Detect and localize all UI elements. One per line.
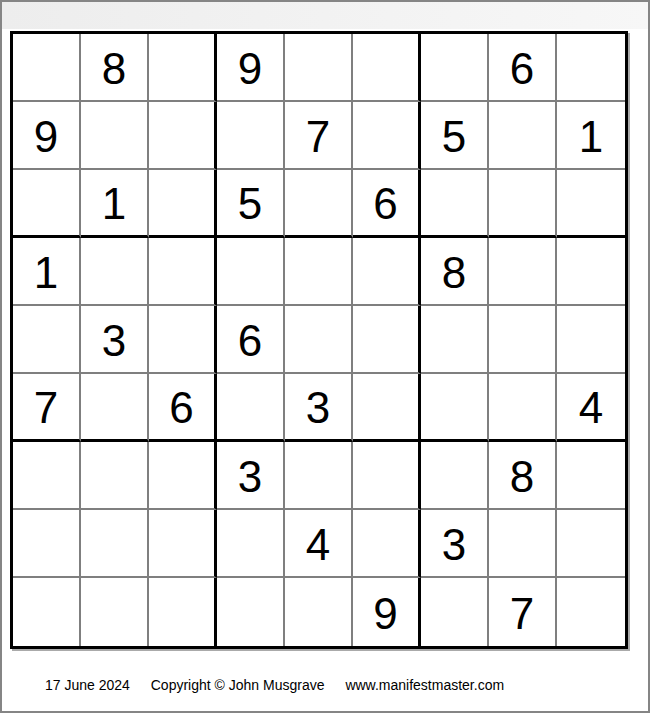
cell-r2c8[interactable] [489,102,557,170]
cell-r4c5[interactable] [285,238,353,306]
cell-r8c5: 4 [285,510,353,578]
given-digit: 3 [442,523,466,567]
cell-r1c7[interactable] [421,34,489,102]
cell-r7c2[interactable] [81,442,149,510]
cell-r4c1: 1 [13,238,81,306]
cell-r5c9[interactable] [557,306,625,374]
cell-r5c5[interactable] [285,306,353,374]
cell-r8c4[interactable] [217,510,285,578]
footer-website: www.manifestmaster.com [345,677,504,693]
cell-r8c6[interactable] [353,510,421,578]
cell-r8c3[interactable] [149,510,217,578]
cell-r7c5[interactable] [285,442,353,510]
given-digit: 1 [102,182,126,226]
cell-r5c8[interactable] [489,306,557,374]
header-bar [2,2,648,29]
given-digit: 8 [442,251,466,295]
cell-r8c2[interactable] [81,510,149,578]
given-digit: 9 [373,592,397,636]
cell-r1c6[interactable] [353,34,421,102]
cell-r4c7: 8 [421,238,489,306]
given-digit: 7 [34,386,58,430]
cell-r1c9[interactable] [557,34,625,102]
given-digit: 1 [34,251,58,295]
cell-r3c8[interactable] [489,170,557,238]
given-digit: 5 [238,182,262,226]
cell-r3c5[interactable] [285,170,353,238]
cell-r1c3[interactable] [149,34,217,102]
given-digit: 6 [169,386,193,430]
cell-r2c4[interactable] [217,102,285,170]
cell-r8c7: 3 [421,510,489,578]
cell-r3c9[interactable] [557,170,625,238]
given-digit: 3 [238,455,262,499]
cell-r2c6[interactable] [353,102,421,170]
cell-r4c3[interactable] [149,238,217,306]
cell-r9c3[interactable] [149,578,217,646]
given-digit: 3 [306,386,330,430]
given-digit: 3 [102,319,126,363]
given-digit: 8 [510,455,534,499]
cell-r8c9[interactable] [557,510,625,578]
cell-r5c1[interactable] [13,306,81,374]
sudoku-grid: 896975115618367634384397 [10,31,628,649]
cell-r4c6[interactable] [353,238,421,306]
given-digit: 6 [238,319,262,363]
footer-copyright: Copyright © John Musgrave [151,677,325,693]
cell-r6c3: 6 [149,374,217,442]
cell-r7c8: 8 [489,442,557,510]
cell-r6c9: 4 [557,374,625,442]
cell-r2c5: 7 [285,102,353,170]
given-digit: 1 [579,115,603,159]
cell-r6c7[interactable] [421,374,489,442]
footer-date: 17 June 2024 [45,677,130,693]
cell-r7c4: 3 [217,442,285,510]
footer: 17 June 2024 Copyright © John Musgrave w… [45,677,521,693]
given-digit: 7 [306,115,330,159]
cell-r5c6[interactable] [353,306,421,374]
cell-r3c2: 1 [81,170,149,238]
cell-r4c9[interactable] [557,238,625,306]
cell-r6c6[interactable] [353,374,421,442]
cell-r7c3[interactable] [149,442,217,510]
given-digit: 9 [34,115,58,159]
cell-r1c4: 9 [217,34,285,102]
cell-r1c2: 8 [81,34,149,102]
cell-r6c8[interactable] [489,374,557,442]
cell-r9c1[interactable] [13,578,81,646]
cell-r6c1: 7 [13,374,81,442]
cell-r2c2[interactable] [81,102,149,170]
given-digit: 5 [442,115,466,159]
given-digit: 4 [579,386,603,430]
cell-r1c1[interactable] [13,34,81,102]
cell-r9c7[interactable] [421,578,489,646]
cell-r9c2[interactable] [81,578,149,646]
cell-r3c6: 6 [353,170,421,238]
cell-r5c4: 6 [217,306,285,374]
given-digit: 4 [306,523,330,567]
cell-r9c9[interactable] [557,578,625,646]
cell-r2c3[interactable] [149,102,217,170]
cell-r6c5: 3 [285,374,353,442]
cell-r7c7[interactable] [421,442,489,510]
cell-r8c8[interactable] [489,510,557,578]
cell-r4c4[interactable] [217,238,285,306]
cell-r9c4[interactable] [217,578,285,646]
cell-r9c6: 9 [353,578,421,646]
cell-r3c7[interactable] [421,170,489,238]
cell-r8c1[interactable] [13,510,81,578]
cell-r3c4: 5 [217,170,285,238]
given-digit: 7 [510,592,534,636]
cell-r4c2[interactable] [81,238,149,306]
given-digit: 6 [373,182,397,226]
cell-r3c3[interactable] [149,170,217,238]
cell-r9c8: 7 [489,578,557,646]
cell-r5c7[interactable] [421,306,489,374]
cell-r5c2: 3 [81,306,149,374]
given-digit: 6 [510,47,534,91]
cell-r9c5[interactable] [285,578,353,646]
puzzle-page: 896975115618367634384397 17 June 2024 Co… [0,0,650,713]
cell-r7c6[interactable] [353,442,421,510]
cell-r3c1[interactable] [13,170,81,238]
cell-r1c5[interactable] [285,34,353,102]
cell-r2c1: 9 [13,102,81,170]
given-digit: 9 [238,47,262,91]
cell-r6c4[interactable] [217,374,285,442]
cell-r6c2[interactable] [81,374,149,442]
cell-r7c1[interactable] [13,442,81,510]
cell-r7c9[interactable] [557,442,625,510]
cell-r2c7: 5 [421,102,489,170]
cell-r4c8[interactable] [489,238,557,306]
cell-r2c9: 1 [557,102,625,170]
cell-r1c8: 6 [489,34,557,102]
given-digit: 8 [102,47,126,91]
cell-r5c3[interactable] [149,306,217,374]
